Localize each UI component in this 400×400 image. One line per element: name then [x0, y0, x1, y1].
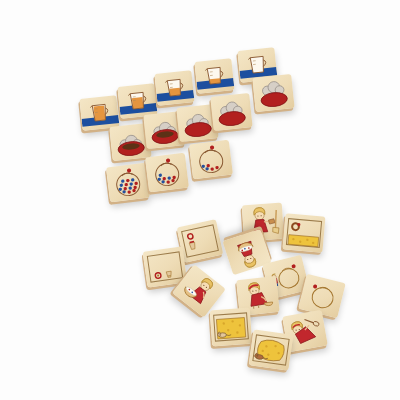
- tile-cheese-slab-pretzel[interactable]: [283, 213, 326, 252]
- tile-illustration-cup: [79, 95, 119, 131]
- tile-sweet-jar-few[interactable]: [189, 139, 233, 179]
- tile-illustration-candy_jar: [145, 152, 189, 192]
- tile-illustration-cup: [194, 58, 234, 94]
- tile-illustration-cheese_mouse: [210, 308, 252, 347]
- tile-cup-full[interactable]: [79, 95, 119, 131]
- tile-sweet-jar-full[interactable]: [106, 162, 150, 202]
- tile-illustration-dough: [210, 93, 252, 131]
- tile-big-cheese-with-mouse[interactable]: [249, 329, 294, 370]
- tile-illustration-dough: [252, 74, 294, 112]
- tile-cup-half[interactable]: [154, 70, 194, 106]
- tile-cup-third[interactable]: [194, 58, 234, 94]
- tile-dough-on-rim[interactable]: [210, 93, 252, 131]
- tile-dough-on-top[interactable]: [252, 74, 294, 112]
- tile-illustration-cheese_slab_ring: [283, 213, 326, 252]
- tile-illustration-candy_jar: [106, 162, 150, 202]
- tile-illustration-candy_jar: [189, 139, 233, 179]
- tile-sweet-jar-half[interactable]: [145, 152, 189, 192]
- tile-cheese-with-mouse[interactable]: [210, 308, 252, 347]
- tile-illustration-cup: [154, 70, 194, 106]
- tile-illustration-cheese_big: [249, 329, 294, 370]
- table-surface: [0, 0, 400, 400]
